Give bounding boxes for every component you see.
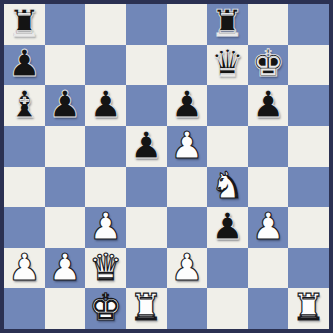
black-pawn[interactable]: ♟ (8, 45, 41, 82)
square-a7[interactable]: ♟ (4, 45, 45, 86)
square-c4[interactable] (85, 167, 126, 208)
square-b2[interactable]: ♟ (45, 248, 86, 289)
square-f8[interactable]: ♜ (207, 4, 248, 45)
square-a4[interactable] (4, 167, 45, 208)
white-queen[interactable]: ♛ (89, 249, 122, 286)
square-g2[interactable] (248, 248, 289, 289)
square-a5[interactable] (4, 126, 45, 167)
white-knight[interactable]: ♞ (211, 167, 244, 204)
square-g6[interactable]: ♟ (248, 85, 289, 126)
square-f7[interactable]: ♛ (207, 45, 248, 86)
square-b4[interactable] (45, 167, 86, 208)
square-c1[interactable]: ♚ (85, 288, 126, 329)
square-d1[interactable]: ♜ (126, 288, 167, 329)
square-g3[interactable]: ♟ (248, 207, 289, 248)
square-g5[interactable] (248, 126, 289, 167)
square-d4[interactable] (126, 167, 167, 208)
black-king[interactable]: ♚ (251, 45, 284, 82)
white-pawn[interactable]: ♟ (48, 249, 81, 286)
square-h1[interactable]: ♜ (288, 288, 329, 329)
square-a8[interactable]: ♜ (4, 4, 45, 45)
white-rook[interactable]: ♜ (130, 289, 163, 326)
square-e4[interactable] (167, 167, 208, 208)
black-rook[interactable]: ♜ (8, 5, 41, 42)
black-pawn[interactable]: ♟ (211, 208, 244, 245)
white-king[interactable]: ♚ (89, 289, 122, 326)
square-d5[interactable]: ♟ (126, 126, 167, 167)
square-g1[interactable] (248, 288, 289, 329)
square-e2[interactable]: ♟ (167, 248, 208, 289)
square-d3[interactable] (126, 207, 167, 248)
black-pawn[interactable]: ♟ (89, 86, 122, 123)
black-pawn[interactable]: ♟ (251, 86, 284, 123)
white-pawn[interactable]: ♟ (170, 249, 203, 286)
square-a2[interactable]: ♟ (4, 248, 45, 289)
square-a1[interactable] (4, 288, 45, 329)
black-queen[interactable]: ♛ (211, 45, 244, 82)
black-pawn[interactable]: ♟ (170, 86, 203, 123)
square-b8[interactable] (45, 4, 86, 45)
square-f1[interactable] (207, 288, 248, 329)
square-g4[interactable] (248, 167, 289, 208)
square-c3[interactable]: ♟ (85, 207, 126, 248)
square-e5[interactable]: ♟ (167, 126, 208, 167)
square-f3[interactable]: ♟ (207, 207, 248, 248)
square-c6[interactable]: ♟ (85, 85, 126, 126)
square-e1[interactable] (167, 288, 208, 329)
square-h6[interactable] (288, 85, 329, 126)
square-f2[interactable] (207, 248, 248, 289)
square-h7[interactable] (288, 45, 329, 86)
square-d7[interactable] (126, 45, 167, 86)
square-c5[interactable] (85, 126, 126, 167)
square-b1[interactable] (45, 288, 86, 329)
square-h8[interactable] (288, 4, 329, 45)
square-c7[interactable] (85, 45, 126, 86)
square-d2[interactable] (126, 248, 167, 289)
square-e3[interactable] (167, 207, 208, 248)
square-g8[interactable] (248, 4, 289, 45)
black-rook[interactable]: ♜ (211, 5, 244, 42)
square-c8[interactable] (85, 4, 126, 45)
square-a3[interactable] (4, 207, 45, 248)
square-f4[interactable]: ♞ (207, 167, 248, 208)
black-pawn[interactable]: ♟ (48, 86, 81, 123)
square-h4[interactable] (288, 167, 329, 208)
square-c2[interactable]: ♛ (85, 248, 126, 289)
white-pawn[interactable]: ♟ (251, 208, 284, 245)
square-b5[interactable] (45, 126, 86, 167)
black-pawn[interactable]: ♟ (130, 127, 163, 164)
square-e8[interactable] (167, 4, 208, 45)
black-bishop[interactable]: ♝ (8, 86, 41, 123)
square-f6[interactable] (207, 85, 248, 126)
square-g7[interactable]: ♚ (248, 45, 289, 86)
chess-board-frame: ♜♜♟♛♚♝♟♟♟♟♟♟♞♟♟♟♟♟♛♟♚♜♜ (0, 0, 333, 333)
square-b6[interactable]: ♟ (45, 85, 86, 126)
square-e6[interactable]: ♟ (167, 85, 208, 126)
white-pawn[interactable]: ♟ (8, 249, 41, 286)
square-d6[interactable] (126, 85, 167, 126)
white-pawn[interactable]: ♟ (170, 127, 203, 164)
chess-board: ♜♜♟♛♚♝♟♟♟♟♟♟♞♟♟♟♟♟♛♟♚♜♜ (4, 4, 329, 329)
square-h3[interactable] (288, 207, 329, 248)
square-e7[interactable] (167, 45, 208, 86)
square-a6[interactable]: ♝ (4, 85, 45, 126)
white-pawn[interactable]: ♟ (89, 208, 122, 245)
square-h2[interactable] (288, 248, 329, 289)
square-f5[interactable] (207, 126, 248, 167)
square-b7[interactable] (45, 45, 86, 86)
white-rook[interactable]: ♜ (292, 289, 325, 326)
square-h5[interactable] (288, 126, 329, 167)
square-b3[interactable] (45, 207, 86, 248)
square-d8[interactable] (126, 4, 167, 45)
